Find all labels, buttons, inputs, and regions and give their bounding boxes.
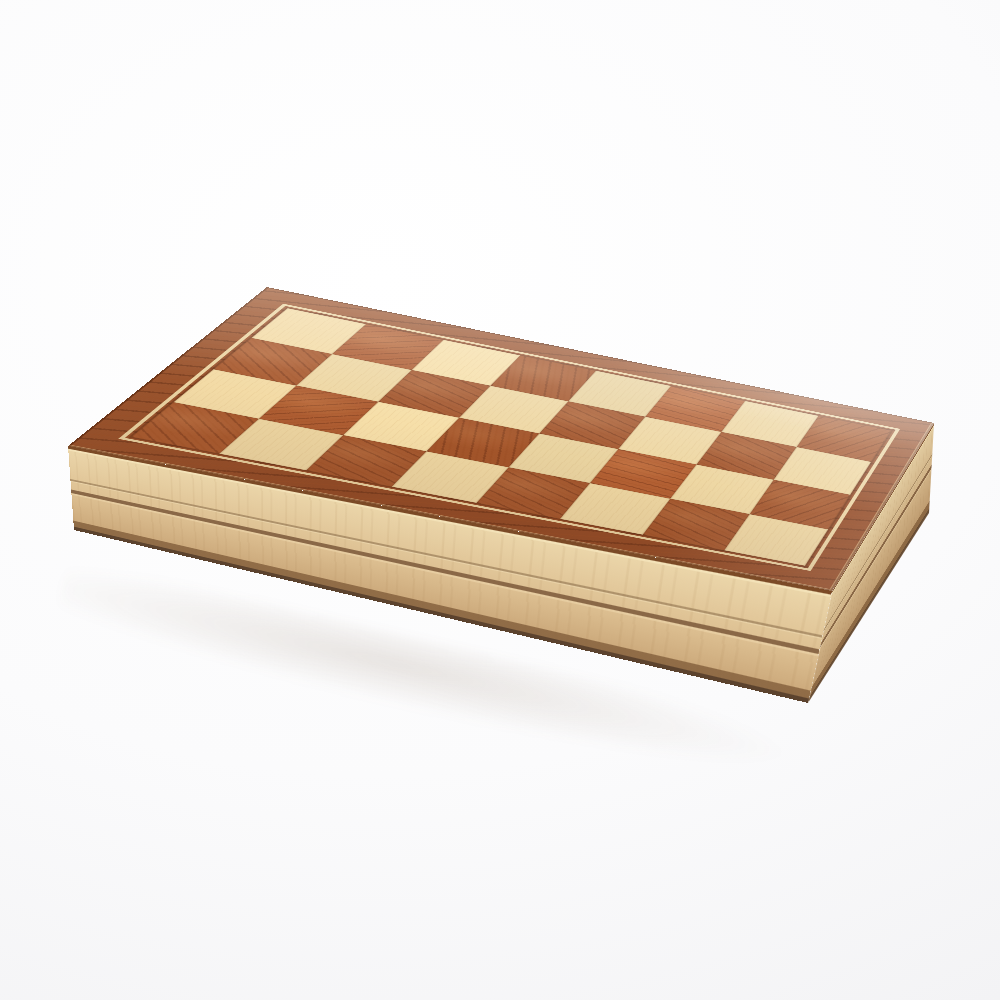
folding-chess-box xyxy=(0,0,1000,1000)
photo-background xyxy=(0,0,1000,1000)
